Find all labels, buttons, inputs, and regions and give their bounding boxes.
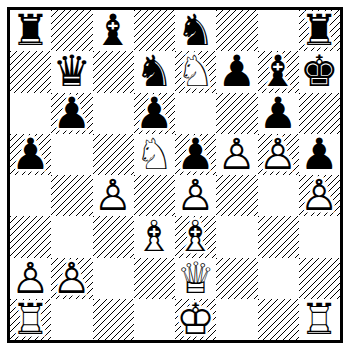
black-rook-glyph: ♜ [299, 10, 340, 51]
white-rook-glyph: ♖ [299, 299, 340, 340]
square-e3[interactable]: ♝♗ [175, 216, 216, 257]
square-b3[interactable] [51, 216, 92, 257]
square-h4[interactable]: ♟♙ [299, 175, 340, 216]
square-c4[interactable]: ♟♙ [93, 175, 134, 216]
piece-white-bishop: ♝♗ [175, 216, 216, 257]
square-h1[interactable]: ♜♖ [299, 299, 340, 340]
black-bishop-glyph: ♝ [258, 51, 299, 92]
black-rook-glyph: ♜ [10, 10, 51, 51]
white-bishop-glyph: ♗ [175, 216, 216, 257]
square-h7[interactable]: ♚♚ [299, 51, 340, 92]
square-d4[interactable] [134, 175, 175, 216]
square-h5[interactable]: ♟♟ [299, 134, 340, 175]
square-b8[interactable] [51, 10, 92, 51]
black-bishop-glyph: ♝ [93, 10, 134, 51]
square-a6[interactable] [10, 93, 51, 134]
white-pawn-glyph: ♙ [51, 258, 92, 299]
black-king-glyph: ♚ [299, 51, 340, 92]
square-g4[interactable] [258, 175, 299, 216]
square-c3[interactable] [93, 216, 134, 257]
piece-black-king: ♚♚ [299, 51, 340, 92]
white-bishop-glyph: ♗ [134, 216, 175, 257]
piece-black-pawn: ♟♟ [258, 93, 299, 134]
piece-black-knight: ♞♞ [134, 51, 175, 92]
piece-black-pawn: ♟♟ [216, 51, 257, 92]
square-d5[interactable]: ♞♘ [134, 134, 175, 175]
square-f8[interactable] [216, 10, 257, 51]
white-pawn-glyph: ♙ [93, 175, 134, 216]
square-g8[interactable] [258, 10, 299, 51]
black-pawn-glyph: ♟ [134, 93, 175, 134]
square-d2[interactable] [134, 258, 175, 299]
piece-white-knight: ♞♘ [134, 134, 175, 175]
square-f4[interactable] [216, 175, 257, 216]
white-pawn-glyph: ♙ [175, 175, 216, 216]
white-knight-glyph: ♘ [134, 134, 175, 175]
square-g2[interactable] [258, 258, 299, 299]
black-pawn-glyph: ♟ [216, 51, 257, 92]
chess-board: ♜♜♝♝♞♞♜♜♛♛♞♞♞♘♟♟♝♝♚♚♟♟♟♟♟♟♟♟♞♘♟♟♟♙♟♙♟♟♟♙… [7, 7, 343, 343]
piece-black-pawn: ♟♟ [51, 93, 92, 134]
square-f7[interactable]: ♟♟ [216, 51, 257, 92]
white-queen-glyph: ♕ [175, 258, 216, 299]
piece-black-pawn: ♟♟ [299, 134, 340, 175]
square-f3[interactable] [216, 216, 257, 257]
piece-white-pawn: ♟♙ [258, 134, 299, 175]
piece-white-pawn: ♟♙ [299, 175, 340, 216]
square-a8[interactable]: ♜♜ [10, 10, 51, 51]
piece-white-queen: ♛♕ [175, 258, 216, 299]
square-a2[interactable]: ♟♙ [10, 258, 51, 299]
black-pawn-glyph: ♟ [10, 134, 51, 175]
piece-black-queen: ♛♛ [51, 51, 92, 92]
square-e5[interactable]: ♟♟ [175, 134, 216, 175]
square-c7[interactable] [93, 51, 134, 92]
square-h3[interactable] [299, 216, 340, 257]
piece-black-bishop: ♝♝ [258, 51, 299, 92]
square-c6[interactable] [93, 93, 134, 134]
black-knight-glyph: ♞ [175, 10, 216, 51]
black-pawn-glyph: ♟ [258, 93, 299, 134]
piece-black-pawn: ♟♟ [134, 93, 175, 134]
white-knight-glyph: ♘ [175, 51, 216, 92]
square-a7[interactable] [10, 51, 51, 92]
square-d7[interactable]: ♞♞ [134, 51, 175, 92]
piece-white-bishop: ♝♗ [134, 216, 175, 257]
chess-diagram: ♜♜♝♝♞♞♜♜♛♛♞♞♞♘♟♟♝♝♚♚♟♟♟♟♟♟♟♟♞♘♟♟♟♙♟♙♟♟♟♙… [0, 0, 350, 350]
white-pawn-glyph: ♙ [10, 258, 51, 299]
square-d3[interactable]: ♝♗ [134, 216, 175, 257]
white-rook-glyph: ♖ [10, 299, 51, 340]
square-g5[interactable]: ♟♙ [258, 134, 299, 175]
square-c2[interactable] [93, 258, 134, 299]
square-e7[interactable]: ♞♘ [175, 51, 216, 92]
square-e8[interactable]: ♞♞ [175, 10, 216, 51]
square-e1[interactable]: ♚♔ [175, 299, 216, 340]
square-f2[interactable] [216, 258, 257, 299]
piece-black-bishop: ♝♝ [93, 10, 134, 51]
square-g6[interactable]: ♟♟ [258, 93, 299, 134]
square-g7[interactable]: ♝♝ [258, 51, 299, 92]
piece-black-knight: ♞♞ [175, 10, 216, 51]
square-b1[interactable] [51, 299, 92, 340]
square-d6[interactable]: ♟♟ [134, 93, 175, 134]
square-b4[interactable] [51, 175, 92, 216]
black-pawn-glyph: ♟ [51, 93, 92, 134]
black-pawn-glyph: ♟ [299, 134, 340, 175]
piece-black-rook: ♜♜ [10, 10, 51, 51]
square-e4[interactable]: ♟♙ [175, 175, 216, 216]
square-b6[interactable]: ♟♟ [51, 93, 92, 134]
piece-white-pawn: ♟♙ [93, 175, 134, 216]
white-pawn-glyph: ♙ [216, 134, 257, 175]
square-c5[interactable] [93, 134, 134, 175]
square-h2[interactable] [299, 258, 340, 299]
square-g3[interactable] [258, 216, 299, 257]
square-c1[interactable] [93, 299, 134, 340]
piece-white-pawn: ♟♙ [216, 134, 257, 175]
black-pawn-glyph: ♟ [175, 134, 216, 175]
square-h6[interactable] [299, 93, 340, 134]
square-e6[interactable] [175, 93, 216, 134]
piece-white-pawn: ♟♙ [51, 258, 92, 299]
piece-black-pawn: ♟♟ [175, 134, 216, 175]
black-queen-glyph: ♛ [51, 51, 92, 92]
square-a5[interactable]: ♟♟ [10, 134, 51, 175]
piece-white-pawn: ♟♙ [10, 258, 51, 299]
square-a3[interactable] [10, 216, 51, 257]
black-knight-glyph: ♞ [134, 51, 175, 92]
square-d1[interactable] [134, 299, 175, 340]
square-a1[interactable]: ♜♖ [10, 299, 51, 340]
square-b7[interactable]: ♛♛ [51, 51, 92, 92]
white-king-glyph: ♔ [175, 299, 216, 340]
square-c8[interactable]: ♝♝ [93, 10, 134, 51]
piece-black-rook: ♜♜ [299, 10, 340, 51]
square-h8[interactable]: ♜♜ [299, 10, 340, 51]
square-b5[interactable] [51, 134, 92, 175]
piece-white-king: ♚♔ [175, 299, 216, 340]
square-f6[interactable] [216, 93, 257, 134]
square-f5[interactable]: ♟♙ [216, 134, 257, 175]
piece-white-rook: ♜♖ [10, 299, 51, 340]
square-d8[interactable] [134, 10, 175, 51]
white-pawn-glyph: ♙ [299, 175, 340, 216]
square-e2[interactable]: ♛♕ [175, 258, 216, 299]
square-a4[interactable] [10, 175, 51, 216]
square-f1[interactable] [216, 299, 257, 340]
piece-black-pawn: ♟♟ [10, 134, 51, 175]
white-pawn-glyph: ♙ [258, 134, 299, 175]
piece-white-rook: ♜♖ [299, 299, 340, 340]
square-g1[interactable] [258, 299, 299, 340]
piece-white-knight: ♞♘ [175, 51, 216, 92]
square-b2[interactable]: ♟♙ [51, 258, 92, 299]
piece-white-pawn: ♟♙ [175, 175, 216, 216]
